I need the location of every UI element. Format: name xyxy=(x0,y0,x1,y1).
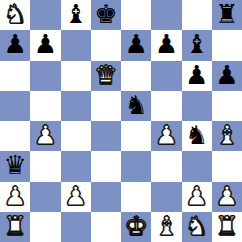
square-c8[interactable]: ♝ xyxy=(61,0,91,30)
black-pawn: ♟ xyxy=(155,31,178,57)
black-pawn: ♟ xyxy=(215,62,238,88)
square-f3[interactable] xyxy=(151,151,181,181)
square-d1[interactable] xyxy=(91,212,121,242)
black-queen: ♛ xyxy=(3,152,26,178)
white-bishop: ♝ xyxy=(155,213,178,239)
square-c6[interactable] xyxy=(61,61,91,91)
white-pawn: ♟ xyxy=(64,183,87,209)
square-e1[interactable]: ♚ xyxy=(121,212,151,242)
square-d2[interactable] xyxy=(91,182,121,212)
white-queen: ♛ xyxy=(94,62,117,88)
square-c5[interactable] xyxy=(61,91,91,121)
white-rook: ♜ xyxy=(3,213,26,239)
white-king: ♚ xyxy=(124,213,147,239)
black-pawn: ♟ xyxy=(34,31,57,57)
square-c2[interactable]: ♟ xyxy=(61,182,91,212)
square-c7[interactable] xyxy=(61,30,91,60)
square-c4[interactable] xyxy=(61,121,91,151)
white-bishop: ♝ xyxy=(215,122,238,148)
square-d6[interactable]: ♛ xyxy=(91,61,121,91)
white-pawn: ♟ xyxy=(155,122,178,148)
square-e5[interactable]: ♞ xyxy=(121,91,151,121)
square-h4[interactable]: ♝ xyxy=(212,121,242,151)
square-b5[interactable] xyxy=(30,91,60,121)
square-a6[interactable] xyxy=(0,61,30,91)
square-a4[interactable] xyxy=(0,121,30,151)
square-h6[interactable]: ♟ xyxy=(212,61,242,91)
square-c1[interactable] xyxy=(61,212,91,242)
white-pawn: ♟ xyxy=(185,183,208,209)
square-a2[interactable]: ♟ xyxy=(0,182,30,212)
square-b4[interactable]: ♟ xyxy=(30,121,60,151)
white-knight: ♞ xyxy=(3,1,26,27)
square-f1[interactable]: ♝ xyxy=(151,212,181,242)
black-bishop: ♝ xyxy=(64,1,87,27)
square-c3[interactable] xyxy=(61,151,91,181)
square-g6[interactable]: ♟ xyxy=(182,61,212,91)
square-b1[interactable] xyxy=(30,212,60,242)
square-b8[interactable] xyxy=(30,0,60,30)
square-e4[interactable] xyxy=(121,121,151,151)
black-king: ♚ xyxy=(94,1,117,27)
square-h5[interactable] xyxy=(212,91,242,121)
square-g2[interactable]: ♟ xyxy=(182,182,212,212)
black-knight: ♞ xyxy=(185,122,208,148)
square-f7[interactable]: ♟ xyxy=(151,30,181,60)
chess-board: ♞♝♚♜♟♟♟♟♝♛♟♟♞♟♟♞♝♛♟♟♟♟♜♚♝♞♜ xyxy=(0,0,242,242)
square-f5[interactable] xyxy=(151,91,181,121)
white-pawn: ♟ xyxy=(34,122,57,148)
square-g3[interactable] xyxy=(182,151,212,181)
square-h7[interactable] xyxy=(212,30,242,60)
square-f2[interactable] xyxy=(151,182,181,212)
square-e7[interactable]: ♟ xyxy=(121,30,151,60)
square-f4[interactable]: ♟ xyxy=(151,121,181,151)
square-g5[interactable] xyxy=(182,91,212,121)
square-d3[interactable] xyxy=(91,151,121,181)
square-g4[interactable]: ♞ xyxy=(182,121,212,151)
black-pawn: ♟ xyxy=(124,31,147,57)
square-e6[interactable] xyxy=(121,61,151,91)
square-g1[interactable]: ♞ xyxy=(182,212,212,242)
square-d8[interactable]: ♚ xyxy=(91,0,121,30)
black-pawn: ♟ xyxy=(3,31,26,57)
square-h2[interactable]: ♟ xyxy=(212,182,242,212)
square-b3[interactable] xyxy=(30,151,60,181)
square-h3[interactable] xyxy=(212,151,242,181)
white-rook: ♜ xyxy=(215,213,238,239)
square-e3[interactable] xyxy=(121,151,151,181)
square-h1[interactable]: ♜ xyxy=(212,212,242,242)
black-pawn: ♟ xyxy=(185,62,208,88)
white-knight: ♞ xyxy=(185,213,208,239)
square-b7[interactable]: ♟ xyxy=(30,30,60,60)
square-f8[interactable] xyxy=(151,0,181,30)
square-h8[interactable]: ♜ xyxy=(212,0,242,30)
square-e8[interactable] xyxy=(121,0,151,30)
square-d7[interactable] xyxy=(91,30,121,60)
square-e2[interactable] xyxy=(121,182,151,212)
square-d5[interactable] xyxy=(91,91,121,121)
square-f6[interactable] xyxy=(151,61,181,91)
black-rook: ♜ xyxy=(215,1,238,27)
black-bishop: ♝ xyxy=(185,31,208,57)
square-b2[interactable] xyxy=(30,182,60,212)
white-pawn: ♟ xyxy=(215,183,238,209)
black-knight: ♞ xyxy=(124,92,147,118)
white-pawn: ♟ xyxy=(3,183,26,209)
square-g8[interactable] xyxy=(182,0,212,30)
square-d4[interactable] xyxy=(91,121,121,151)
square-b6[interactable] xyxy=(30,61,60,91)
square-a7[interactable]: ♟ xyxy=(0,30,30,60)
square-a1[interactable]: ♜ xyxy=(0,212,30,242)
square-a5[interactable] xyxy=(0,91,30,121)
square-a3[interactable]: ♛ xyxy=(0,151,30,181)
square-g7[interactable]: ♝ xyxy=(182,30,212,60)
square-a8[interactable]: ♞ xyxy=(0,0,30,30)
